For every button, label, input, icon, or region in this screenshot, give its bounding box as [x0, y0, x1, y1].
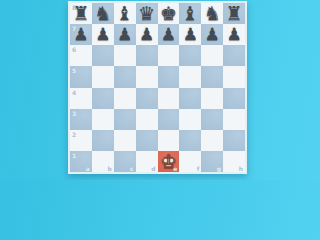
square-a8[interactable]: 8♜	[70, 3, 92, 24]
square-f2[interactable]	[179, 130, 201, 151]
square-g7[interactable]: ♟	[201, 24, 223, 45]
file-label-g: g	[217, 165, 221, 172]
square-b8[interactable]: ♞	[92, 3, 114, 24]
square-a5[interactable]: 5	[70, 66, 92, 87]
file-label-b: b	[107, 165, 111, 172]
square-e3[interactable]	[158, 109, 180, 130]
square-g2[interactable]	[201, 130, 223, 151]
square-g5[interactable]	[201, 66, 223, 87]
square-b4[interactable]	[92, 88, 114, 109]
rank-label-3: 3	[72, 110, 76, 117]
black-bishop[interactable]: ♝	[114, 3, 136, 24]
file-label-a: a	[86, 165, 90, 172]
square-f1[interactable]: f	[179, 151, 201, 172]
black-pawn[interactable]: ♟	[158, 24, 180, 45]
square-g8[interactable]: ♞	[201, 3, 223, 24]
square-d3[interactable]	[136, 109, 158, 130]
square-f8[interactable]: ♝	[179, 3, 201, 24]
square-e7[interactable]: ♟	[158, 24, 180, 45]
rank-label-2: 2	[72, 131, 76, 138]
square-h4[interactable]	[223, 88, 245, 109]
black-pawn[interactable]: ♟	[223, 24, 245, 45]
black-rook[interactable]: ♜	[223, 3, 245, 24]
square-a6[interactable]: 6	[70, 45, 92, 66]
square-b3[interactable]	[92, 109, 114, 130]
square-d4[interactable]	[136, 88, 158, 109]
square-c6[interactable]	[114, 45, 136, 66]
file-label-c: c	[130, 165, 134, 172]
square-d7[interactable]: ♟	[136, 24, 158, 45]
black-knight[interactable]: ♞	[92, 3, 114, 24]
black-bishop[interactable]: ♝	[179, 3, 201, 24]
square-c5[interactable]	[114, 66, 136, 87]
square-b7[interactable]: ♟	[92, 24, 114, 45]
black-pawn[interactable]: ♟	[70, 24, 92, 45]
black-pawn[interactable]: ♟	[114, 24, 136, 45]
black-king[interactable]: ♚	[158, 3, 180, 24]
square-f4[interactable]	[179, 88, 201, 109]
square-h2[interactable]	[223, 130, 245, 151]
square-d5[interactable]	[136, 66, 158, 87]
square-f7[interactable]: ♟	[179, 24, 201, 45]
square-d6[interactable]	[136, 45, 158, 66]
chess-board: 8♜♞♝♛♚♝♞♜7♟♟♟♟♟♟♟♟654321abcde♚fgh	[68, 1, 247, 174]
square-h1[interactable]: h	[223, 151, 245, 172]
square-h6[interactable]	[223, 45, 245, 66]
square-g4[interactable]	[201, 88, 223, 109]
square-g1[interactable]: g	[201, 151, 223, 172]
square-a2[interactable]: 2	[70, 130, 92, 151]
square-b6[interactable]	[92, 45, 114, 66]
square-h5[interactable]	[223, 66, 245, 87]
square-g3[interactable]	[201, 109, 223, 130]
square-h8[interactable]: ♜	[223, 3, 245, 24]
square-a4[interactable]: 4	[70, 88, 92, 109]
square-b5[interactable]	[92, 66, 114, 87]
square-c3[interactable]	[114, 109, 136, 130]
square-c2[interactable]	[114, 130, 136, 151]
black-pawn[interactable]: ♟	[136, 24, 158, 45]
square-d1[interactable]: d	[136, 151, 158, 172]
square-a1[interactable]: 1a	[70, 151, 92, 172]
rank-label-1: 1	[72, 152, 76, 159]
file-label-h: h	[239, 165, 243, 172]
rank-label-5: 5	[72, 67, 76, 74]
file-label-d: d	[151, 165, 155, 172]
square-g6[interactable]	[201, 45, 223, 66]
rank-label-6: 6	[72, 46, 76, 53]
square-d2[interactable]	[136, 130, 158, 151]
black-rook[interactable]: ♜	[70, 3, 92, 24]
square-e6[interactable]	[158, 45, 180, 66]
black-pawn[interactable]: ♟	[201, 24, 223, 45]
white-king[interactable]: ♚	[158, 151, 180, 172]
square-d8[interactable]: ♛	[136, 3, 158, 24]
black-pawn[interactable]: ♟	[179, 24, 201, 45]
square-c1[interactable]: c	[114, 151, 136, 172]
square-e1[interactable]: e♚	[158, 151, 180, 172]
square-e8[interactable]: ♚	[158, 3, 180, 24]
square-c7[interactable]: ♟	[114, 24, 136, 45]
square-e4[interactable]	[158, 88, 180, 109]
square-c4[interactable]	[114, 88, 136, 109]
square-a7[interactable]: 7♟	[70, 24, 92, 45]
square-h3[interactable]	[223, 109, 245, 130]
square-c8[interactable]: ♝	[114, 3, 136, 24]
black-pawn[interactable]: ♟	[92, 24, 114, 45]
square-f6[interactable]	[179, 45, 201, 66]
square-e2[interactable]	[158, 130, 180, 151]
square-f3[interactable]	[179, 109, 201, 130]
black-knight[interactable]: ♞	[201, 3, 223, 24]
file-label-f: f	[197, 165, 200, 172]
black-queen[interactable]: ♛	[136, 3, 158, 24]
square-h7[interactable]: ♟	[223, 24, 245, 45]
rank-label-4: 4	[72, 89, 76, 96]
square-b2[interactable]	[92, 130, 114, 151]
square-e5[interactable]	[158, 66, 180, 87]
square-f5[interactable]	[179, 66, 201, 87]
square-a3[interactable]: 3	[70, 109, 92, 130]
square-b1[interactable]: b	[92, 151, 114, 172]
